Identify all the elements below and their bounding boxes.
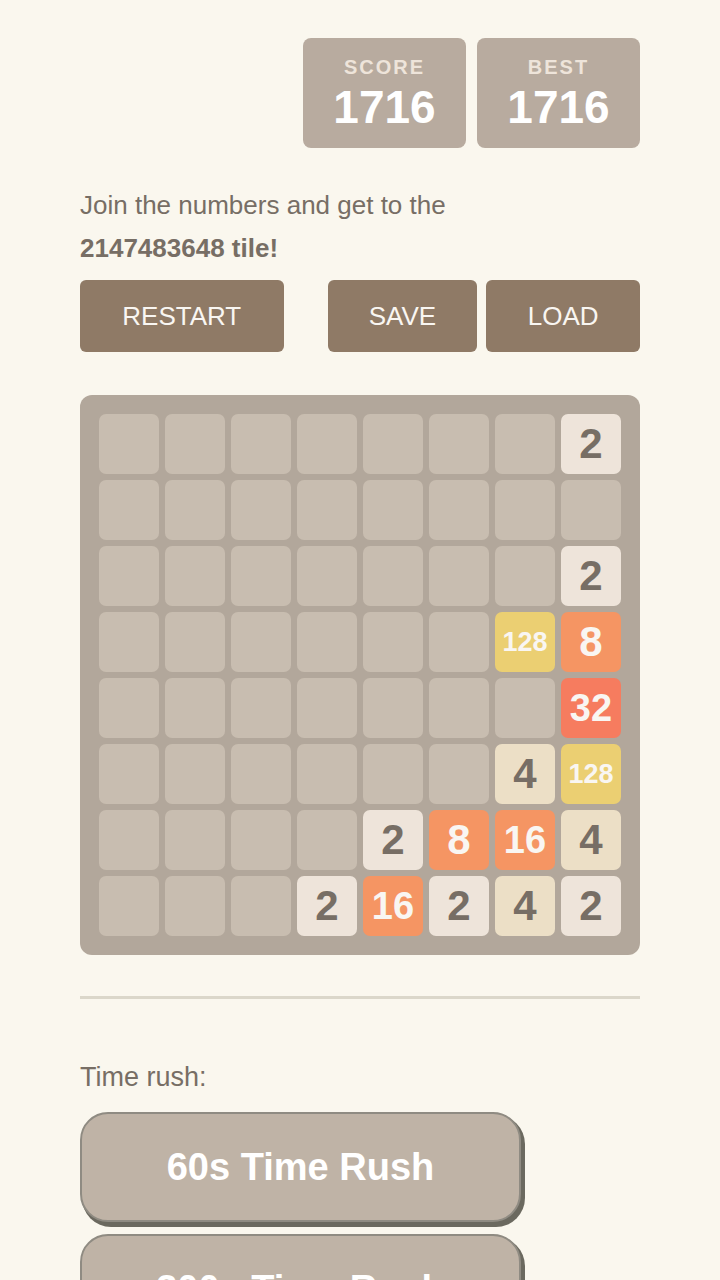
empty-cell: [165, 678, 225, 738]
best-label: BEST: [528, 57, 589, 77]
empty-cell: [165, 810, 225, 870]
empty-cell: [231, 876, 291, 936]
best-value: 1716: [507, 84, 609, 130]
empty-cell: [363, 678, 423, 738]
tile-16: 16: [363, 876, 423, 936]
score-panel: SCORE 1716 BEST 1716: [303, 38, 640, 148]
tile-4: 4: [561, 810, 621, 870]
empty-cell: [297, 678, 357, 738]
empty-cell: [99, 876, 159, 936]
empty-cell: [99, 546, 159, 606]
tile-2: 2: [297, 876, 357, 936]
empty-cell: [99, 810, 159, 870]
tile-4: 4: [495, 744, 555, 804]
load-button[interactable]: LOAD: [486, 280, 640, 352]
tile-2: 2: [561, 414, 621, 474]
empty-cell: [495, 414, 555, 474]
empty-cell: [429, 612, 489, 672]
best-box: BEST 1716: [477, 38, 640, 148]
empty-cell: [165, 480, 225, 540]
tile-128: 128: [495, 612, 555, 672]
empty-cell: [99, 744, 159, 804]
time-rush-300s-button[interactable]: 300s Time Rush: [80, 1234, 521, 1280]
empty-cell: [231, 810, 291, 870]
empty-cell: [495, 480, 555, 540]
empty-cell: [165, 876, 225, 936]
empty-cell: [429, 414, 489, 474]
empty-cell: [429, 678, 489, 738]
intro-line1: Join the numbers and get to the: [80, 190, 446, 220]
tile-8: 8: [561, 612, 621, 672]
empty-cell: [363, 546, 423, 606]
empty-cell: [165, 546, 225, 606]
tile-2: 2: [561, 546, 621, 606]
save-button[interactable]: SAVE: [328, 280, 478, 352]
tile-2: 2: [429, 876, 489, 936]
tile-4: 4: [495, 876, 555, 936]
empty-cell: [297, 810, 357, 870]
empty-cell: [99, 678, 159, 738]
empty-cell: [99, 414, 159, 474]
empty-cell: [165, 612, 225, 672]
score-value: 1716: [333, 84, 435, 130]
empty-cell: [297, 546, 357, 606]
empty-cell: [429, 744, 489, 804]
empty-cell: [429, 480, 489, 540]
intro-text: Join the numbers and get to the 21474836…: [80, 184, 660, 270]
empty-cell: [231, 546, 291, 606]
empty-cell: [297, 414, 357, 474]
tile-8: 8: [429, 810, 489, 870]
score-box: SCORE 1716: [303, 38, 466, 148]
tile-2: 2: [363, 810, 423, 870]
tile-16: 16: [495, 810, 555, 870]
empty-cell: [165, 414, 225, 474]
empty-cell: [99, 480, 159, 540]
empty-cell: [363, 414, 423, 474]
empty-cell: [297, 744, 357, 804]
restart-button[interactable]: RESTART: [80, 280, 284, 352]
goal-line: 2147483648 tile!: [80, 227, 660, 270]
empty-cell: [561, 480, 621, 540]
empty-cell: [231, 612, 291, 672]
empty-cell: [297, 612, 357, 672]
empty-cell: [231, 678, 291, 738]
game-board[interactable]: 22128832412828164216242: [80, 395, 640, 955]
empty-cell: [495, 546, 555, 606]
empty-cell: [363, 744, 423, 804]
empty-cell: [297, 480, 357, 540]
tile-128: 128: [561, 744, 621, 804]
empty-cell: [165, 744, 225, 804]
action-button-row: RESTART SAVE LOAD: [80, 280, 640, 352]
tile-32: 32: [561, 678, 621, 738]
empty-cell: [495, 678, 555, 738]
empty-cell: [99, 612, 159, 672]
empty-cell: [231, 744, 291, 804]
section-divider: [80, 996, 640, 999]
empty-cell: [231, 480, 291, 540]
empty-cell: [363, 612, 423, 672]
score-label: SCORE: [344, 57, 425, 77]
empty-cell: [429, 546, 489, 606]
time-rush-60s-button[interactable]: 60s Time Rush: [80, 1112, 521, 1222]
tile-2: 2: [561, 876, 621, 936]
time-rush-label: Time rush:: [80, 1062, 207, 1093]
empty-cell: [231, 414, 291, 474]
empty-cell: [363, 480, 423, 540]
